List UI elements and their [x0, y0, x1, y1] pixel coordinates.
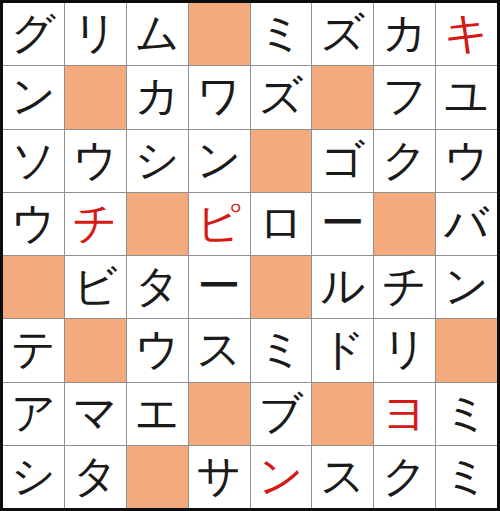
cell-r7c2[interactable]: マ: [65, 383, 126, 445]
cell-r4c4[interactable]: ピ: [189, 193, 250, 255]
cell-r8c8[interactable]: ミ: [436, 446, 497, 508]
cell-r1c6[interactable]: ズ: [312, 3, 373, 65]
block-cell-r6c2: [65, 319, 126, 381]
block-cell-r6c8: [436, 319, 497, 381]
cell-r6c3[interactable]: ウ: [127, 319, 188, 381]
block-cell-r5c5: [251, 256, 312, 318]
cell-r1c7[interactable]: カ: [374, 3, 435, 65]
cell-r3c6[interactable]: ゴ: [312, 130, 373, 192]
cell-r6c6[interactable]: ド: [312, 319, 373, 381]
cell-r3c4[interactable]: ン: [189, 130, 250, 192]
block-cell-r8c3: [127, 446, 188, 508]
block-cell-r7c6: [312, 383, 373, 445]
cell-r2c1[interactable]: ン: [3, 66, 64, 128]
cell-r2c5[interactable]: ズ: [251, 66, 312, 128]
cell-r8c4[interactable]: サ: [189, 446, 250, 508]
cell-r4c2[interactable]: チ: [65, 193, 126, 255]
cell-r6c4[interactable]: ス: [189, 319, 250, 381]
block-cell-r1c4: [189, 3, 250, 65]
crossword-board: グリムミズカキンカワズフユソウシンゴクウウチピローバビタールチンテウスミドリアマ…: [3, 3, 497, 508]
cell-r1c8[interactable]: キ: [436, 3, 497, 65]
cell-r4c5[interactable]: ロ: [251, 193, 312, 255]
cell-r2c7[interactable]: フ: [374, 66, 435, 128]
cell-r3c1[interactable]: ソ: [3, 130, 64, 192]
cell-r1c5[interactable]: ミ: [251, 3, 312, 65]
cell-r1c1[interactable]: グ: [3, 3, 64, 65]
cell-r4c8[interactable]: バ: [436, 193, 497, 255]
cell-r1c3[interactable]: ム: [127, 3, 188, 65]
cell-r6c7[interactable]: リ: [374, 319, 435, 381]
cell-r4c6[interactable]: ー: [312, 193, 373, 255]
cell-r8c2[interactable]: タ: [65, 446, 126, 508]
block-cell-r3c5: [251, 130, 312, 192]
cell-r8c7[interactable]: ク: [374, 446, 435, 508]
block-cell-r5c1: [3, 256, 64, 318]
cell-r3c2[interactable]: ウ: [65, 130, 126, 192]
cell-r2c3[interactable]: カ: [127, 66, 188, 128]
block-cell-r2c2: [65, 66, 126, 128]
cell-r7c1[interactable]: ア: [3, 383, 64, 445]
crossword-board-frame: グリムミズカキンカワズフユソウシンゴクウウチピローバビタールチンテウスミドリアマ…: [0, 0, 500, 511]
cell-r5c6[interactable]: ル: [312, 256, 373, 318]
cell-r7c5[interactable]: ブ: [251, 383, 312, 445]
cell-r2c8[interactable]: ユ: [436, 66, 497, 128]
cell-r6c5[interactable]: ミ: [251, 319, 312, 381]
cell-r5c8[interactable]: ン: [436, 256, 497, 318]
cell-r8c1[interactable]: シ: [3, 446, 64, 508]
cell-r3c7[interactable]: ク: [374, 130, 435, 192]
cell-r7c8[interactable]: ミ: [436, 383, 497, 445]
block-cell-r7c4: [189, 383, 250, 445]
block-cell-r2c6: [312, 66, 373, 128]
cell-r4c1[interactable]: ウ: [3, 193, 64, 255]
cell-r1c2[interactable]: リ: [65, 3, 126, 65]
cell-r7c7[interactable]: ヨ: [374, 383, 435, 445]
cell-r8c5[interactable]: ン: [251, 446, 312, 508]
cell-r3c3[interactable]: シ: [127, 130, 188, 192]
cell-r8c6[interactable]: ス: [312, 446, 373, 508]
cell-r5c7[interactable]: チ: [374, 256, 435, 318]
block-cell-r4c7: [374, 193, 435, 255]
block-cell-r4c3: [127, 193, 188, 255]
cell-r5c2[interactable]: ビ: [65, 256, 126, 318]
cell-r7c3[interactable]: エ: [127, 383, 188, 445]
cell-r5c3[interactable]: タ: [127, 256, 188, 318]
cell-r3c8[interactable]: ウ: [436, 130, 497, 192]
cell-r2c4[interactable]: ワ: [189, 66, 250, 128]
cell-r5c4[interactable]: ー: [189, 256, 250, 318]
cell-r6c1[interactable]: テ: [3, 319, 64, 381]
